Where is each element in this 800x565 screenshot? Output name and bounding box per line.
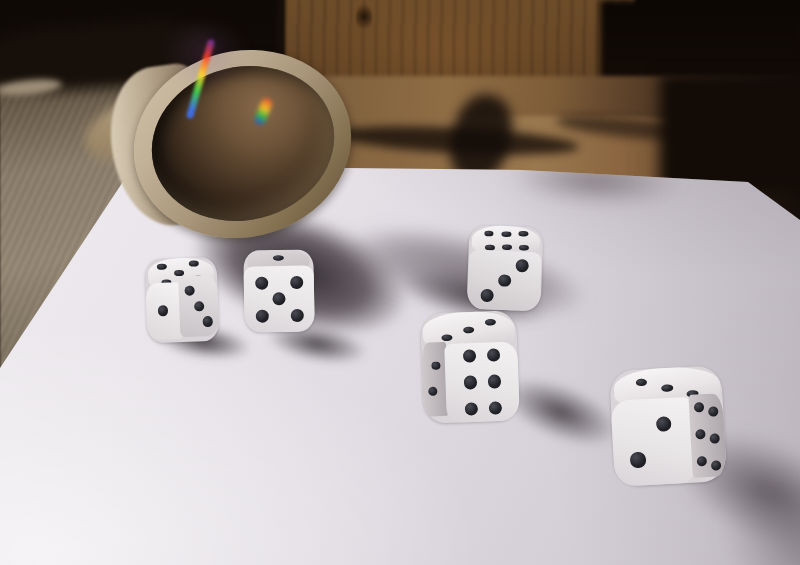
die-5-face-6	[689, 393, 727, 478]
pip	[272, 292, 286, 306]
die-1	[145, 257, 220, 343]
pip	[501, 231, 511, 237]
pip	[203, 316, 213, 326]
die-1-face-3	[178, 275, 219, 337]
wood-knot	[356, 4, 372, 32]
pip	[189, 260, 199, 266]
pip	[441, 334, 452, 341]
pip	[498, 274, 511, 287]
pip	[273, 255, 284, 261]
pip	[694, 402, 705, 413]
pip	[489, 401, 503, 415]
pip	[709, 433, 720, 444]
pip	[157, 264, 167, 270]
die-5-face-2	[611, 397, 696, 487]
die-5	[609, 365, 727, 487]
pip	[518, 231, 528, 237]
die-3	[467, 225, 544, 312]
pip	[711, 460, 722, 471]
pip	[484, 231, 494, 237]
die-4	[420, 310, 520, 423]
pip	[194, 301, 204, 311]
pip	[464, 376, 478, 390]
die-1-face-1	[145, 282, 183, 340]
pip	[516, 259, 529, 272]
pip	[708, 407, 719, 418]
pip	[464, 402, 478, 416]
pip	[184, 285, 194, 295]
pip	[636, 378, 648, 386]
pip	[480, 289, 493, 302]
die-2-face-5	[244, 266, 315, 333]
photo-dice-roll-scene	[0, 0, 800, 565]
pip	[630, 452, 646, 468]
pip	[502, 244, 512, 250]
die-4-face-6	[444, 341, 520, 423]
pip	[463, 349, 477, 363]
pip	[519, 244, 529, 250]
pip	[463, 326, 474, 333]
pip	[290, 276, 304, 290]
pip	[157, 305, 168, 316]
pip	[488, 375, 502, 389]
pip	[485, 244, 495, 250]
die-2	[243, 249, 314, 332]
pip	[429, 387, 438, 396]
pip	[290, 309, 304, 323]
pip	[255, 276, 269, 290]
die-3-face-3	[468, 250, 541, 311]
pip	[695, 429, 706, 440]
pip	[696, 456, 707, 467]
pip	[485, 319, 496, 326]
pip	[487, 349, 501, 363]
pip	[655, 416, 671, 432]
table-dark-corner	[660, 74, 800, 192]
pip	[255, 309, 269, 323]
pip	[661, 384, 673, 392]
pip	[432, 361, 441, 370]
